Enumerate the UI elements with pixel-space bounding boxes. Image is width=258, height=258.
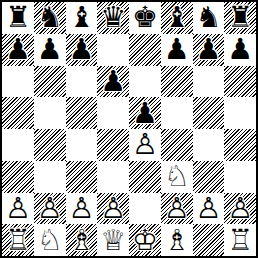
piece-black-pawn[interactable]: ♟ (161, 34, 193, 66)
square-b5[interactable] (34, 97, 66, 129)
square-e5[interactable]: ♟ (129, 97, 161, 129)
piece-black-rook[interactable]: ♜ (224, 2, 256, 34)
square-f5[interactable] (161, 97, 193, 129)
piece-outline-glyph: ♖ (224, 224, 256, 256)
square-d3[interactable] (97, 161, 129, 193)
piece-black-knight[interactable]: ♞ (193, 2, 225, 34)
chess-board: ♜♞♝♛♚♝♞♜♟♟♟♟♟♟♟♟♟♙♞♘♟♙♟♙♟♙♟♙♟♙♟♙♟♙♜♖♞♘♝♗… (0, 0, 258, 258)
piece-white-pawn[interactable]: ♟♙ (161, 193, 193, 225)
piece-outline-glyph: ♙ (161, 193, 193, 225)
square-d6[interactable]: ♟ (97, 66, 129, 98)
square-b7[interactable]: ♟ (34, 34, 66, 66)
square-h8[interactable]: ♜ (224, 2, 256, 34)
piece-fill-glyph: ♟ (97, 66, 129, 98)
square-a2[interactable]: ♟♙ (2, 193, 34, 225)
piece-black-king[interactable]: ♚ (129, 2, 161, 34)
square-b1[interactable]: ♞♘ (34, 224, 66, 256)
square-a1[interactable]: ♜♖ (2, 224, 34, 256)
square-g6[interactable] (193, 66, 225, 98)
square-f3[interactable]: ♞♘ (161, 161, 193, 193)
square-h3[interactable] (224, 161, 256, 193)
square-f1[interactable]: ♝♗ (161, 224, 193, 256)
piece-fill-glyph: ♞ (193, 2, 225, 34)
piece-fill-glyph: ♟ (66, 34, 98, 66)
square-f7[interactable]: ♟ (161, 34, 193, 66)
square-d7[interactable] (97, 34, 129, 66)
piece-black-pawn[interactable]: ♟ (34, 34, 66, 66)
piece-outline-glyph: ♙ (129, 129, 161, 161)
piece-outline-glyph: ♘ (34, 224, 66, 256)
square-b2[interactable]: ♟♙ (34, 193, 66, 225)
piece-outline-glyph: ♘ (161, 161, 193, 193)
piece-black-pawn[interactable]: ♟ (66, 34, 98, 66)
square-e2[interactable] (129, 193, 161, 225)
piece-outline-glyph: ♙ (224, 193, 256, 225)
square-e3[interactable] (129, 161, 161, 193)
square-e1[interactable]: ♚♔ (129, 224, 161, 256)
square-h1[interactable]: ♜♖ (224, 224, 256, 256)
square-c1[interactable]: ♝♗ (66, 224, 98, 256)
square-h7[interactable]: ♟ (224, 34, 256, 66)
piece-fill-glyph: ♜ (224, 2, 256, 34)
square-c5[interactable] (66, 97, 98, 129)
square-e7[interactable] (129, 34, 161, 66)
square-e4[interactable]: ♟♙ (129, 129, 161, 161)
square-a5[interactable] (2, 97, 34, 129)
piece-outline-glyph: ♙ (66, 193, 98, 225)
square-b4[interactable] (34, 129, 66, 161)
piece-fill-glyph: ♜ (2, 2, 34, 34)
piece-black-rook[interactable]: ♜ (2, 2, 34, 34)
square-g3[interactable] (193, 161, 225, 193)
square-c7[interactable]: ♟ (66, 34, 98, 66)
piece-white-king[interactable]: ♚♔ (129, 224, 161, 256)
square-d4[interactable] (97, 129, 129, 161)
piece-outline-glyph: ♗ (161, 224, 193, 256)
piece-white-pawn[interactable]: ♟♙ (66, 193, 98, 225)
piece-outline-glyph: ♕ (97, 224, 129, 256)
square-b6[interactable] (34, 66, 66, 98)
square-f4[interactable] (161, 129, 193, 161)
piece-black-queen[interactable]: ♛ (97, 2, 129, 34)
square-f2[interactable]: ♟♙ (161, 193, 193, 225)
square-e6[interactable] (129, 66, 161, 98)
square-g7[interactable]: ♟ (193, 34, 225, 66)
square-g2[interactable]: ♟♙ (193, 193, 225, 225)
piece-white-pawn[interactable]: ♟♙ (129, 129, 161, 161)
piece-fill-glyph: ♞ (34, 2, 66, 34)
piece-outline-glyph: ♙ (97, 193, 129, 225)
piece-fill-glyph: ♛ (97, 2, 129, 34)
square-a7[interactable]: ♟ (2, 34, 34, 66)
piece-outline-glyph: ♙ (34, 193, 66, 225)
square-a6[interactable] (2, 66, 34, 98)
piece-black-pawn[interactable]: ♟ (97, 66, 129, 98)
piece-black-pawn[interactable]: ♟ (224, 34, 256, 66)
square-e8[interactable]: ♚ (129, 2, 161, 34)
square-b8[interactable]: ♞ (34, 2, 66, 34)
square-a4[interactable] (2, 129, 34, 161)
piece-fill-glyph: ♝ (161, 2, 193, 34)
piece-fill-glyph: ♟ (161, 34, 193, 66)
square-c6[interactable] (66, 66, 98, 98)
piece-fill-glyph: ♟ (129, 97, 161, 129)
square-d5[interactable] (97, 97, 129, 129)
square-c2[interactable]: ♟♙ (66, 193, 98, 225)
square-g5[interactable] (193, 97, 225, 129)
piece-fill-glyph: ♚ (129, 2, 161, 34)
square-b3[interactable] (34, 161, 66, 193)
square-d8[interactable]: ♛ (97, 2, 129, 34)
square-f8[interactable]: ♝ (161, 2, 193, 34)
piece-white-rook[interactable]: ♜♖ (224, 224, 256, 256)
piece-white-rook[interactable]: ♜♖ (2, 224, 34, 256)
square-d1[interactable]: ♛♕ (97, 224, 129, 256)
square-c3[interactable] (66, 161, 98, 193)
square-h2[interactable]: ♟♙ (224, 193, 256, 225)
piece-black-bishop[interactable]: ♝ (161, 2, 193, 34)
piece-white-pawn[interactable]: ♟♙ (2, 193, 34, 225)
square-c8[interactable]: ♝ (66, 2, 98, 34)
square-f6[interactable] (161, 66, 193, 98)
piece-white-pawn[interactable]: ♟♙ (224, 193, 256, 225)
piece-black-pawn[interactable]: ♟ (193, 34, 225, 66)
piece-fill-glyph: ♝ (66, 2, 98, 34)
piece-black-pawn[interactable]: ♟ (129, 97, 161, 129)
piece-white-knight[interactable]: ♞♘ (161, 161, 193, 193)
square-g1[interactable] (193, 224, 225, 256)
piece-black-bishop[interactable]: ♝ (66, 2, 98, 34)
square-c4[interactable] (66, 129, 98, 161)
square-a3[interactable] (2, 161, 34, 193)
piece-outline-glyph: ♗ (66, 224, 98, 256)
piece-white-knight[interactable]: ♞♘ (34, 224, 66, 256)
piece-outline-glyph: ♔ (129, 224, 161, 256)
piece-white-queen[interactable]: ♛♕ (97, 224, 129, 256)
piece-white-pawn[interactable]: ♟♙ (97, 193, 129, 225)
square-d2[interactable]: ♟♙ (97, 193, 129, 225)
piece-white-bishop[interactable]: ♝♗ (66, 224, 98, 256)
piece-outline-glyph: ♙ (193, 193, 225, 225)
square-g4[interactable] (193, 129, 225, 161)
piece-white-bishop[interactable]: ♝♗ (161, 224, 193, 256)
piece-black-knight[interactable]: ♞ (34, 2, 66, 34)
square-h5[interactable] (224, 97, 256, 129)
piece-fill-glyph: ♟ (34, 34, 66, 66)
square-h4[interactable] (224, 129, 256, 161)
piece-white-pawn[interactable]: ♟♙ (34, 193, 66, 225)
piece-fill-glyph: ♟ (224, 34, 256, 66)
piece-black-pawn[interactable]: ♟ (2, 34, 34, 66)
piece-outline-glyph: ♖ (2, 224, 34, 256)
square-g8[interactable]: ♞ (193, 2, 225, 34)
square-a8[interactable]: ♜ (2, 2, 34, 34)
square-h6[interactable] (224, 66, 256, 98)
piece-white-pawn[interactable]: ♟♙ (193, 193, 225, 225)
piece-fill-glyph: ♟ (193, 34, 225, 66)
piece-fill-glyph: ♟ (2, 34, 34, 66)
piece-outline-glyph: ♙ (2, 193, 34, 225)
